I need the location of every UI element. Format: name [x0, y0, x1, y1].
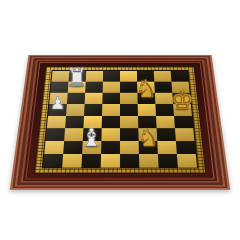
board-square-h6: [172, 93, 191, 104]
board-square-g1: [158, 154, 178, 168]
board-square-h5: [173, 104, 192, 116]
board-square-b4: [65, 116, 84, 128]
board-square-e3: [120, 128, 139, 141]
board-square-f1: [139, 154, 159, 168]
board-square-e4: [120, 116, 138, 128]
board-square-a4: [47, 116, 66, 128]
board-square-c5: [84, 104, 102, 116]
decorative-gold-border: [34, 66, 207, 174]
board-square-g5: [155, 104, 174, 116]
board-square-c8: [86, 71, 103, 82]
chess-board-frame: [10, 55, 230, 190]
board-square-b8: [69, 71, 87, 82]
board-square-h4: [174, 116, 193, 128]
board-square-f5: [138, 104, 156, 116]
board-square-g2: [157, 141, 177, 154]
board-square-d2: [101, 141, 120, 154]
board-square-c6: [85, 93, 103, 104]
board-square-a6: [49, 93, 68, 104]
board-square-e2: [120, 141, 139, 154]
board-square-f7: [137, 82, 155, 93]
board-square-e6: [120, 93, 138, 104]
board-square-c1: [81, 154, 101, 168]
board-square-h2: [176, 141, 196, 154]
board-square-a3: [46, 128, 66, 141]
product-photo-canvas: ♜♟♝♞♚♞: [0, 0, 240, 240]
board-square-b1: [62, 154, 82, 168]
board-square-f8: [137, 71, 154, 82]
board-square-c2: [82, 141, 101, 154]
board-square-e8: [120, 71, 137, 82]
board-square-f2: [139, 141, 158, 154]
board-square-d4: [102, 116, 120, 128]
board-square-a8: [51, 71, 69, 82]
board-square-b3: [64, 128, 83, 141]
board-square-c3: [83, 128, 102, 141]
board-square-a1: [43, 154, 63, 168]
board-square-b2: [63, 141, 83, 154]
board-square-h8: [171, 71, 189, 82]
board-square-f4: [138, 116, 157, 128]
board-square-h3: [175, 128, 195, 141]
board-square-a7: [50, 82, 68, 93]
board-square-g7: [154, 82, 172, 93]
board-square-d7: [103, 82, 120, 93]
board-square-b7: [68, 82, 86, 93]
board-square-g3: [157, 128, 176, 141]
board-square-g6: [155, 93, 173, 104]
board-square-d6: [102, 93, 120, 104]
board-square-g4: [156, 116, 175, 128]
board-square-d8: [103, 71, 120, 82]
board-square-h7: [171, 82, 189, 93]
checkerboard: [43, 71, 197, 168]
board-square-e7: [120, 82, 137, 93]
board-square-e5: [120, 104, 138, 116]
board-square-a5: [48, 104, 67, 116]
board-square-b6: [67, 93, 85, 104]
board-square-d3: [101, 128, 120, 141]
board-square-c7: [85, 82, 103, 93]
board-square-c4: [83, 116, 102, 128]
board-square-f3: [138, 128, 157, 141]
board-square-d1: [101, 154, 120, 168]
board-square-f6: [137, 93, 155, 104]
board-square-b5: [66, 104, 85, 116]
board-square-d5: [102, 104, 120, 116]
board-square-g8: [154, 71, 172, 82]
board-square-a2: [44, 141, 64, 154]
board-square-e1: [120, 154, 139, 168]
board-mat: [27, 63, 214, 179]
board-square-h1: [177, 154, 197, 168]
